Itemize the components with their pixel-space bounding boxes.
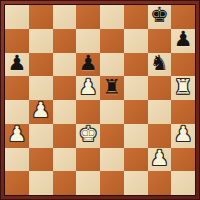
- square-c3[interactable]: [53, 124, 77, 148]
- square-g4[interactable]: [148, 100, 172, 124]
- square-b3[interactable]: [29, 124, 53, 148]
- white-king: ♚: [79, 124, 98, 145]
- square-h6[interactable]: [171, 53, 195, 77]
- square-g3[interactable]: [148, 124, 172, 148]
- square-c6[interactable]: [53, 53, 77, 77]
- square-e2[interactable]: [100, 148, 124, 172]
- square-g6[interactable]: ♞: [148, 53, 172, 77]
- square-d6[interactable]: ♟: [76, 53, 100, 77]
- square-a3[interactable]: ♟: [5, 124, 29, 148]
- square-f6[interactable]: [124, 53, 148, 77]
- square-d5[interactable]: ♟: [76, 76, 100, 100]
- square-a6[interactable]: ♟: [5, 53, 29, 77]
- square-a2[interactable]: [5, 148, 29, 172]
- white-pawn: ♟: [31, 100, 50, 121]
- square-b1[interactable]: [29, 171, 53, 195]
- square-c1[interactable]: [53, 171, 77, 195]
- square-a5[interactable]: [5, 76, 29, 100]
- square-g1[interactable]: [148, 171, 172, 195]
- board-frame: ♚♟♟♟♞♟♜♜♟♟♚♟♟: [0, 0, 200, 200]
- square-f1[interactable]: [124, 171, 148, 195]
- square-f3[interactable]: [124, 124, 148, 148]
- square-a7[interactable]: [5, 29, 29, 53]
- square-b7[interactable]: [29, 29, 53, 53]
- white-pawn: ♟: [150, 148, 169, 169]
- square-c5[interactable]: [53, 76, 77, 100]
- square-h3[interactable]: ♟: [171, 124, 195, 148]
- square-d8[interactable]: [76, 5, 100, 29]
- black-pawn: ♟: [79, 53, 98, 74]
- square-h4[interactable]: [171, 100, 195, 124]
- square-e1[interactable]: [100, 171, 124, 195]
- square-g5[interactable]: [148, 76, 172, 100]
- square-d7[interactable]: [76, 29, 100, 53]
- white-rook: ♜: [174, 77, 193, 98]
- square-c8[interactable]: [53, 5, 77, 29]
- square-f5[interactable]: [124, 76, 148, 100]
- black-pawn: ♟: [7, 53, 26, 74]
- square-f4[interactable]: [124, 100, 148, 124]
- black-knight: ♞: [150, 53, 169, 74]
- square-b8[interactable]: [29, 5, 53, 29]
- square-e8[interactable]: [100, 5, 124, 29]
- square-b2[interactable]: [29, 148, 53, 172]
- black-pawn: ♟: [174, 29, 193, 50]
- square-b4[interactable]: ♟: [29, 100, 53, 124]
- chess-board: ♚♟♟♟♞♟♜♜♟♟♚♟♟: [5, 5, 195, 195]
- white-pawn: ♟: [79, 77, 98, 98]
- square-e6[interactable]: [100, 53, 124, 77]
- square-b5[interactable]: [29, 76, 53, 100]
- square-a1[interactable]: [5, 171, 29, 195]
- square-d2[interactable]: [76, 148, 100, 172]
- square-c4[interactable]: [53, 100, 77, 124]
- square-c7[interactable]: [53, 29, 77, 53]
- square-h2[interactable]: [171, 148, 195, 172]
- white-pawn: ♟: [7, 124, 26, 145]
- square-h5[interactable]: ♜: [171, 76, 195, 100]
- square-a4[interactable]: [5, 100, 29, 124]
- square-h1[interactable]: [171, 171, 195, 195]
- square-g2[interactable]: ♟: [148, 148, 172, 172]
- square-g7[interactable]: [148, 29, 172, 53]
- square-h7[interactable]: ♟: [171, 29, 195, 53]
- square-f2[interactable]: [124, 148, 148, 172]
- square-d1[interactable]: [76, 171, 100, 195]
- square-g8[interactable]: ♚: [148, 5, 172, 29]
- square-f7[interactable]: [124, 29, 148, 53]
- square-e3[interactable]: [100, 124, 124, 148]
- square-e5[interactable]: ♜: [100, 76, 124, 100]
- square-d3[interactable]: ♚: [76, 124, 100, 148]
- square-e7[interactable]: [100, 29, 124, 53]
- square-d4[interactable]: [76, 100, 100, 124]
- black-king: ♚: [150, 5, 169, 26]
- black-rook: ♜: [102, 77, 121, 98]
- square-h8[interactable]: [171, 5, 195, 29]
- square-f8[interactable]: [124, 5, 148, 29]
- square-c2[interactable]: [53, 148, 77, 172]
- square-a8[interactable]: [5, 5, 29, 29]
- square-e4[interactable]: [100, 100, 124, 124]
- square-b6[interactable]: [29, 53, 53, 77]
- white-pawn: ♟: [174, 124, 193, 145]
